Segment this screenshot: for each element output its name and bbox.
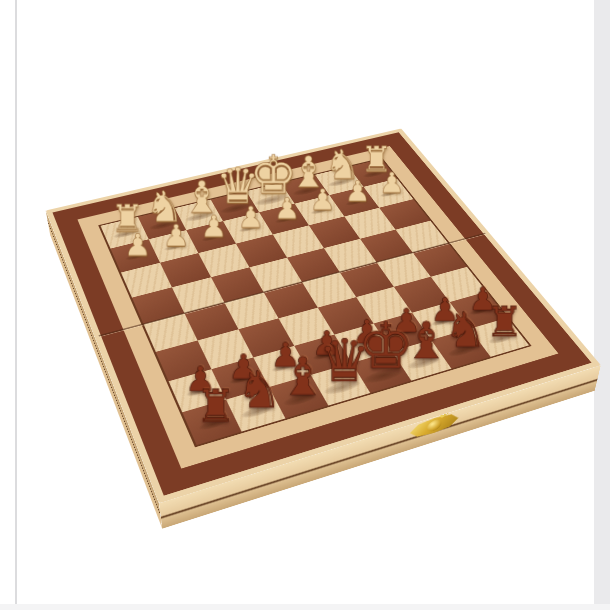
photo-edge-strip-right	[594, 0, 610, 610]
chess-board[interactable]: ♜♞♝♛♚♝♞♜♟♟♟♟♟♟♟♟♟♟♟♟♟♟♟♟♜♞♝♛♚♝♞♜	[46, 128, 601, 503]
piece-black-rook[interactable]: ♜	[180, 384, 249, 429]
product-photo-scene: ♜♞♝♛♚♝♞♜♟♟♟♟♟♟♟♟♟♟♟♟♟♟♟♟♜♞♝♛♚♝♞♜	[0, 0, 610, 610]
piece-white-pawn[interactable]: ♟	[108, 230, 167, 260]
photo-edge-strip-bottom	[0, 604, 610, 610]
photo-edge-line-left	[15, 0, 17, 610]
